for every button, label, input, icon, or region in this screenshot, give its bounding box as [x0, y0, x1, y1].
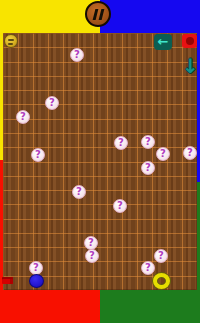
question-token[interactable]: ?: [141, 261, 155, 275]
yellow-ring-goal: [153, 273, 170, 289]
game-screen: ← ↓ ????????????????: [0, 0, 200, 323]
question-token[interactable]: ?: [114, 136, 128, 150]
question-token[interactable]: ?: [141, 161, 155, 175]
question-token[interactable]: ?: [113, 199, 127, 213]
question-token[interactable]: ?: [84, 236, 98, 250]
question-token[interactable]: ?: [141, 135, 155, 149]
question-token[interactable]: ?: [70, 48, 84, 62]
blue-piece[interactable]: [29, 274, 44, 288]
question-token[interactable]: ?: [156, 147, 170, 161]
question-token[interactable]: ?: [85, 249, 99, 263]
question-token[interactable]: ?: [16, 110, 30, 124]
pieces-layer: ????????????????: [0, 0, 200, 323]
question-token[interactable]: ?: [31, 148, 45, 162]
question-token[interactable]: ?: [45, 96, 59, 110]
question-token[interactable]: ?: [29, 261, 43, 275]
question-token[interactable]: ?: [183, 146, 197, 160]
question-token[interactable]: ?: [154, 249, 168, 263]
question-token[interactable]: ?: [72, 185, 86, 199]
